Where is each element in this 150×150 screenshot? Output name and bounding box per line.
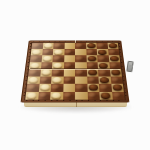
board-square (51, 76, 63, 83)
board-square (87, 92, 100, 100)
board-square (52, 55, 63, 62)
checker-piece-dark (109, 43, 118, 48)
checker-piece-light (27, 93, 37, 99)
board-square (108, 55, 120, 62)
clasp-latch-icon (126, 61, 133, 73)
board-square (38, 92, 51, 100)
checker-piece-light (40, 85, 49, 91)
checker-piece-dark (87, 43, 95, 48)
board-square (99, 84, 112, 92)
board-square (86, 55, 97, 62)
photo-scene (0, 0, 150, 150)
board-square (112, 92, 125, 100)
checker-piece-light (32, 50, 41, 55)
frame-nail-dots-bottom (26, 100, 124, 101)
board-square (75, 92, 87, 100)
board-square (99, 92, 112, 100)
board-square (38, 84, 51, 92)
board-square (111, 84, 124, 92)
checker-piece-dark (88, 70, 97, 75)
board-square (51, 84, 63, 92)
checker-piece-light (31, 63, 40, 68)
hinge-notch (75, 41, 76, 43)
board-square (52, 69, 64, 76)
checker-piece-light (29, 77, 38, 83)
board-square (26, 84, 39, 92)
board-square (30, 55, 42, 62)
board-square (63, 92, 75, 100)
checker-piece-dark (98, 50, 107, 55)
checker-piece-light (54, 63, 63, 68)
game-board (21, 41, 130, 103)
checker-piece-dark (112, 85, 122, 91)
board-square (63, 84, 75, 92)
board-square (87, 84, 99, 92)
board-square (75, 69, 87, 76)
checker-piece-dark (111, 70, 120, 75)
board-square (50, 92, 63, 100)
board-square (28, 69, 40, 76)
board-square (98, 76, 110, 83)
board-square (87, 69, 99, 76)
board-square (63, 69, 75, 76)
checker-piece-light (54, 50, 62, 55)
checker-piece-dark (100, 77, 109, 83)
board-square (87, 76, 99, 83)
checker-piece-light (41, 70, 50, 75)
checker-piece-dark (88, 85, 97, 91)
board-square (75, 76, 87, 83)
board-square (64, 55, 75, 62)
board-square (27, 76, 40, 83)
board-square (39, 76, 51, 83)
checker-piece-dark (99, 63, 108, 68)
board-square (25, 92, 38, 100)
board-square (75, 84, 87, 92)
checker-piece-light (52, 93, 61, 99)
board-square (40, 69, 52, 76)
board-square (63, 76, 75, 83)
board-square (97, 55, 109, 62)
checker-piece-dark (101, 93, 111, 99)
checker-piece-light (53, 77, 62, 83)
checker-piece-dark (88, 56, 97, 61)
board-square (98, 69, 110, 76)
checker-piece-light (44, 43, 52, 48)
hinge-seam (30, 68, 120, 69)
board-square (110, 69, 122, 76)
board-square (75, 55, 86, 62)
board-square (41, 55, 53, 62)
board-square (110, 76, 123, 83)
checker-piece-dark (110, 56, 119, 61)
checker-piece-light (43, 56, 52, 61)
board-grid (25, 43, 125, 100)
